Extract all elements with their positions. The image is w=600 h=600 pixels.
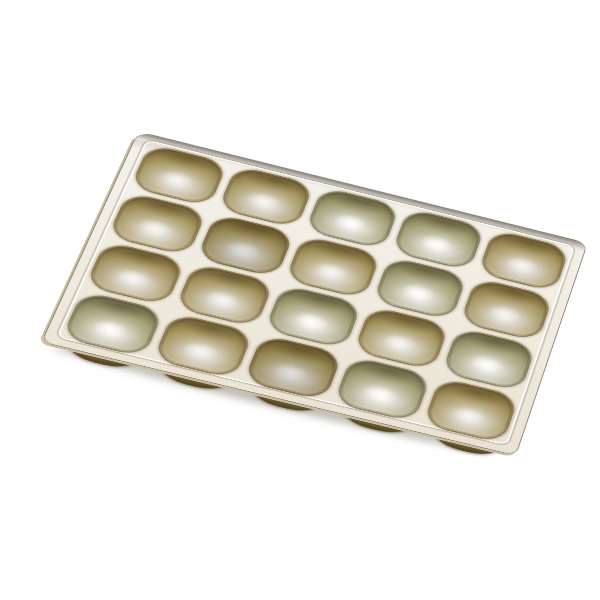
mold-cavity-r3c4 (355, 307, 447, 369)
mold-cavity-r4c1 (64, 292, 162, 356)
mold-cavity-r2c5 (462, 279, 551, 340)
mold-cavity-r4c4 (335, 357, 429, 420)
mold-cavity-r4c5 (425, 379, 517, 442)
mold-cavity-r4c3 (246, 336, 341, 399)
tray-sheet (41, 131, 588, 456)
photo-background (0, 0, 600, 600)
mold-cavity-r2c1 (110, 193, 205, 254)
mold-grid (64, 145, 568, 442)
mold-cavity-r3c5 (444, 328, 535, 390)
mold-cavity-r3c3 (267, 285, 361, 347)
mold-cavity-r2c4 (375, 258, 466, 319)
mold-cavity-r4c2 (155, 314, 252, 377)
mold-cavity-r3c2 (177, 264, 272, 326)
baking-tray (41, 131, 588, 456)
mold-cavity-r2c3 (287, 236, 379, 297)
mold-cavity-r3c1 (87, 242, 184, 304)
mold-cavity-r2c2 (199, 215, 293, 276)
